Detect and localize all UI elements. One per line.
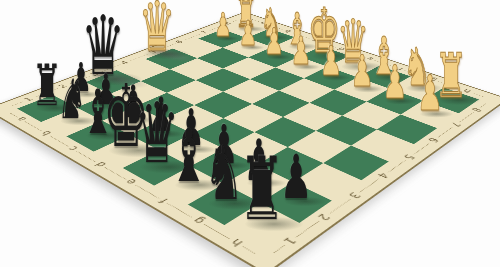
coordinate-text: 7 xyxy=(197,30,211,35)
chess-set-product-photo: abcdefgh abcdefgh 87654321 87654321 ♜♞♝♚… xyxy=(0,0,500,267)
coordinate-text: h xyxy=(459,87,475,94)
coordinate-text: 5 xyxy=(145,49,160,55)
coordinate-text: d xyxy=(334,46,348,52)
coordinate-text: 6 xyxy=(424,136,442,145)
chess-board: abcdefgh abcdefgh 87654321 87654321 xyxy=(0,12,500,267)
coordinate-text: f xyxy=(154,195,172,205)
coordinate-text: 4 xyxy=(117,60,132,66)
coordinate-text: 6 xyxy=(172,39,186,45)
coordinate-text: g xyxy=(425,76,441,83)
coordinate-text: 2 xyxy=(54,83,71,90)
coordinate-text: 7 xyxy=(447,120,464,128)
coordinate-text: 5 xyxy=(400,152,418,162)
coordinate-text: 3 xyxy=(345,190,365,202)
coordinate-text: 2 xyxy=(313,211,334,224)
coordinate-text: b xyxy=(281,29,295,34)
coordinate-text: 1 xyxy=(20,96,37,104)
coordinate-text: 4 xyxy=(373,170,392,181)
coordinate-text: 8 xyxy=(221,21,234,26)
coordinate-text: e xyxy=(121,177,141,188)
coordinate-text: a xyxy=(13,115,30,123)
coordinate-text: f xyxy=(394,66,407,72)
board-squares xyxy=(17,21,479,248)
coordinate-text: a xyxy=(257,21,270,26)
coordinate-text: g xyxy=(188,214,210,227)
coordinate-text: 3 xyxy=(87,71,103,78)
coordinate-text: h xyxy=(226,236,249,250)
coordinate-text: e xyxy=(363,56,378,62)
coordinate-text: b xyxy=(37,129,55,138)
coordinate-text: c xyxy=(307,37,320,42)
coordinate-text: d xyxy=(91,159,110,169)
coordinate-text: 1 xyxy=(279,234,301,248)
coordinate-text: c xyxy=(63,144,81,153)
coordinate-text: 8 xyxy=(468,106,484,114)
